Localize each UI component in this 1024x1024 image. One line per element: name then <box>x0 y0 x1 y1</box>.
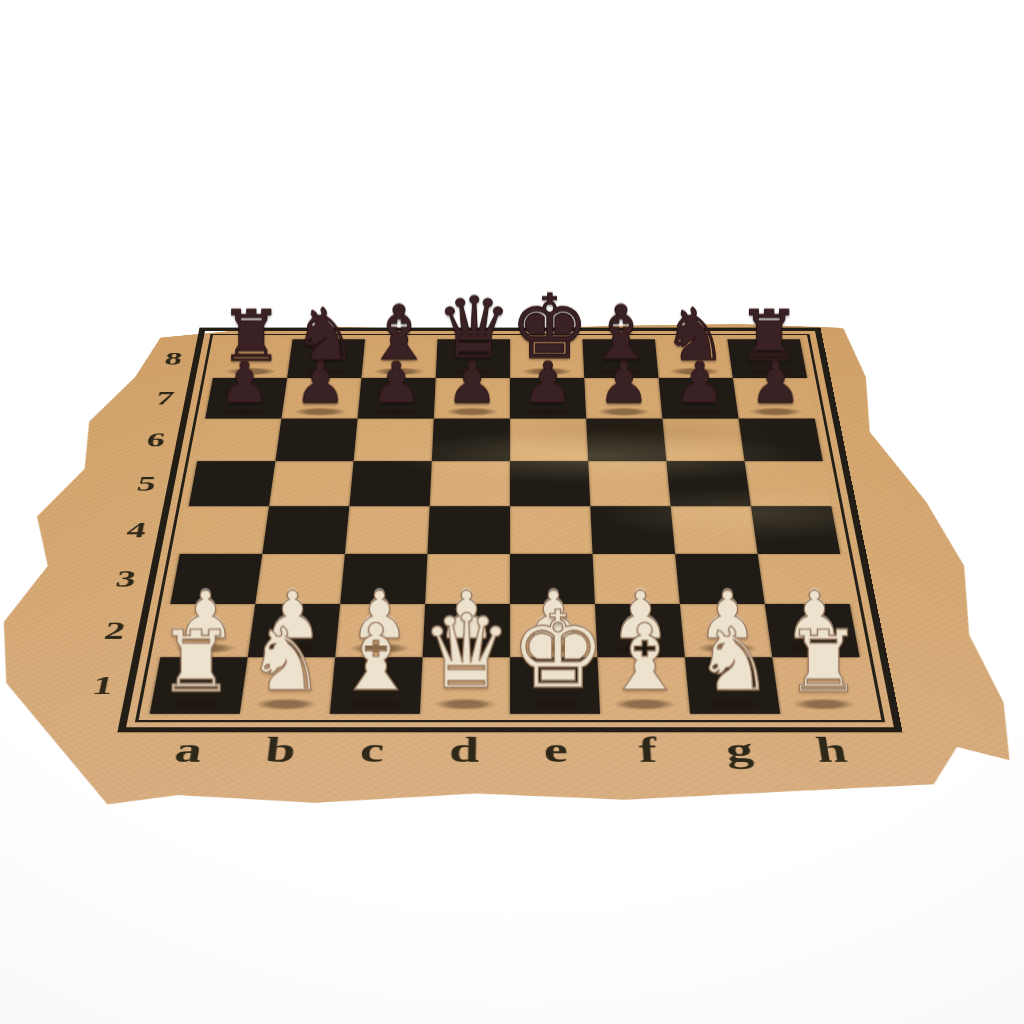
piece-black-p-b7[interactable]: ♟ <box>282 354 358 411</box>
piece-black-p-e7[interactable]: ♟ <box>510 354 586 411</box>
piece-black-p-f7[interactable]: ♟ <box>586 354 662 411</box>
pieces-layer: ♜♞♝♛♚♝♞♜♟♟♟♟♟♟♟♟♟♟♟♟♟♟♟♟♜♞♝♛♚♝♞♜ <box>0 321 1024 837</box>
piece-white-r-h1[interactable]: ♜ <box>779 619 869 704</box>
piece-white-n-g1[interactable]: ♞ <box>689 616 779 703</box>
piece-white-q-d1[interactable]: ♛ <box>420 601 510 704</box>
piece-white-n-b1[interactable]: ♞ <box>241 616 331 703</box>
piece-white-k-e1[interactable]: ♚ <box>510 597 600 704</box>
piece-black-p-a7[interactable]: ♟ <box>207 354 283 411</box>
piece-white-b-c1[interactable]: ♝ <box>331 612 421 704</box>
piece-white-r-a1[interactable]: ♜ <box>152 619 242 704</box>
piece-black-p-d7[interactable]: ♟ <box>434 354 510 411</box>
piece-black-p-g7[interactable]: ♟ <box>662 354 738 411</box>
photo-scene: 87654321 abcdefgh ♜♞♝♛♚♝♞♜♟♟♟♟♟♟♟♟♟♟♟♟♟♟… <box>0 0 1024 1024</box>
piece-black-p-h7[interactable]: ♟ <box>738 354 814 411</box>
piece-white-b-f1[interactable]: ♝ <box>600 612 690 704</box>
piece-black-p-c7[interactable]: ♟ <box>358 354 434 411</box>
